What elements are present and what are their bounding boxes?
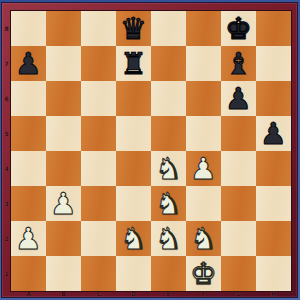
square-f6[interactable] bbox=[186, 81, 221, 116]
piece-white-knight-e3[interactable]: ♞ bbox=[151, 186, 186, 221]
piece-white-pawn-f4[interactable]: ♟ bbox=[186, 151, 221, 186]
outer-frame: 87654321 ABCDEFGH ♛♚♟♜♝♟♟♞♟♟♞♟♞♞♞♚ bbox=[0, 0, 300, 300]
square-a1[interactable] bbox=[11, 256, 46, 291]
square-d4[interactable] bbox=[116, 151, 151, 186]
rank-label-5: 5 bbox=[2, 116, 11, 151]
piece-black-pawn-h5[interactable]: ♟ bbox=[256, 116, 291, 151]
square-g1[interactable] bbox=[221, 256, 256, 291]
piece-black-pawn-a7[interactable]: ♟ bbox=[11, 46, 46, 81]
piece-white-knight-e4[interactable]: ♞ bbox=[151, 151, 186, 186]
square-f2[interactable]: ♞ bbox=[186, 221, 221, 256]
piece-white-knight-e2[interactable]: ♞ bbox=[151, 221, 186, 256]
square-b3[interactable]: ♟ bbox=[46, 186, 81, 221]
file-label-g: G bbox=[221, 291, 256, 297]
square-c7[interactable] bbox=[81, 46, 116, 81]
square-e2[interactable]: ♞ bbox=[151, 221, 186, 256]
piece-white-pawn-b3[interactable]: ♟ bbox=[46, 186, 81, 221]
square-f4[interactable]: ♟ bbox=[186, 151, 221, 186]
square-e3[interactable]: ♞ bbox=[151, 186, 186, 221]
square-a8[interactable] bbox=[11, 11, 46, 46]
square-h6[interactable] bbox=[256, 81, 291, 116]
chess-board: ♛♚♟♜♝♟♟♞♟♟♞♟♞♞♞♚ bbox=[11, 11, 291, 291]
square-h8[interactable] bbox=[256, 11, 291, 46]
square-h4[interactable] bbox=[256, 151, 291, 186]
square-c2[interactable] bbox=[81, 221, 116, 256]
square-d7[interactable]: ♜ bbox=[116, 46, 151, 81]
piece-black-bishop-g7[interactable]: ♝ bbox=[221, 46, 256, 81]
square-e5[interactable] bbox=[151, 116, 186, 151]
square-e7[interactable] bbox=[151, 46, 186, 81]
rank-label-8: 8 bbox=[2, 11, 11, 46]
square-g5[interactable] bbox=[221, 116, 256, 151]
file-labels: ABCDEFGH bbox=[11, 291, 291, 297]
square-h1[interactable] bbox=[256, 256, 291, 291]
square-c1[interactable] bbox=[81, 256, 116, 291]
square-g3[interactable] bbox=[221, 186, 256, 221]
square-f5[interactable] bbox=[186, 116, 221, 151]
square-e8[interactable] bbox=[151, 11, 186, 46]
rank-label-7: 7 bbox=[2, 46, 11, 81]
square-g2[interactable] bbox=[221, 221, 256, 256]
file-label-c: C bbox=[81, 291, 116, 297]
square-f1[interactable]: ♚ bbox=[186, 256, 221, 291]
square-h3[interactable] bbox=[256, 186, 291, 221]
piece-black-king-g8[interactable]: ♚ bbox=[221, 11, 256, 46]
file-label-f: F bbox=[186, 291, 221, 297]
square-g7[interactable]: ♝ bbox=[221, 46, 256, 81]
square-a5[interactable] bbox=[11, 116, 46, 151]
square-c8[interactable] bbox=[81, 11, 116, 46]
square-a7[interactable]: ♟ bbox=[11, 46, 46, 81]
file-label-d: D bbox=[116, 291, 151, 297]
square-c5[interactable] bbox=[81, 116, 116, 151]
square-d8[interactable]: ♛ bbox=[116, 11, 151, 46]
square-b8[interactable] bbox=[46, 11, 81, 46]
file-label-h: H bbox=[256, 291, 291, 297]
rank-label-1: 1 bbox=[2, 256, 11, 291]
piece-black-queen-d8[interactable]: ♛ bbox=[116, 11, 151, 46]
square-f7[interactable] bbox=[186, 46, 221, 81]
rank-labels: 87654321 bbox=[2, 11, 11, 291]
square-g4[interactable] bbox=[221, 151, 256, 186]
square-c3[interactable] bbox=[81, 186, 116, 221]
square-h2[interactable] bbox=[256, 221, 291, 256]
rank-label-6: 6 bbox=[2, 81, 11, 116]
square-d1[interactable] bbox=[116, 256, 151, 291]
square-g6[interactable]: ♟ bbox=[221, 81, 256, 116]
piece-white-pawn-a2[interactable]: ♟ bbox=[11, 221, 46, 256]
square-d6[interactable] bbox=[116, 81, 151, 116]
square-h5[interactable]: ♟ bbox=[256, 116, 291, 151]
square-b7[interactable] bbox=[46, 46, 81, 81]
square-h7[interactable] bbox=[256, 46, 291, 81]
square-c4[interactable] bbox=[81, 151, 116, 186]
square-b6[interactable] bbox=[46, 81, 81, 116]
square-d5[interactable] bbox=[116, 116, 151, 151]
square-c6[interactable] bbox=[81, 81, 116, 116]
square-b1[interactable] bbox=[46, 256, 81, 291]
square-b4[interactable] bbox=[46, 151, 81, 186]
square-e4[interactable]: ♞ bbox=[151, 151, 186, 186]
piece-white-knight-d2[interactable]: ♞ bbox=[116, 221, 151, 256]
rank-label-3: 3 bbox=[2, 186, 11, 221]
square-g8[interactable]: ♚ bbox=[221, 11, 256, 46]
square-e1[interactable] bbox=[151, 256, 186, 291]
piece-white-knight-f2[interactable]: ♞ bbox=[186, 221, 221, 256]
square-b5[interactable] bbox=[46, 116, 81, 151]
rank-label-4: 4 bbox=[2, 151, 11, 186]
square-a6[interactable] bbox=[11, 81, 46, 116]
square-d2[interactable]: ♞ bbox=[116, 221, 151, 256]
file-label-b: B bbox=[46, 291, 81, 297]
square-e6[interactable] bbox=[151, 81, 186, 116]
square-f8[interactable] bbox=[186, 11, 221, 46]
square-a4[interactable] bbox=[11, 151, 46, 186]
file-label-a: A bbox=[11, 291, 46, 297]
file-label-e: E bbox=[151, 291, 186, 297]
square-f3[interactable] bbox=[186, 186, 221, 221]
board-border: 87654321 ABCDEFGH ♛♚♟♜♝♟♟♞♟♟♞♟♞♞♞♚ bbox=[2, 3, 297, 297]
rank-label-2: 2 bbox=[2, 221, 11, 256]
square-b2[interactable] bbox=[46, 221, 81, 256]
piece-black-rook-d7[interactable]: ♜ bbox=[116, 46, 151, 81]
square-a3[interactable] bbox=[11, 186, 46, 221]
piece-white-king-f1[interactable]: ♚ bbox=[186, 256, 221, 291]
square-a2[interactable]: ♟ bbox=[11, 221, 46, 256]
square-d3[interactable] bbox=[116, 186, 151, 221]
piece-black-pawn-g6[interactable]: ♟ bbox=[221, 81, 256, 116]
